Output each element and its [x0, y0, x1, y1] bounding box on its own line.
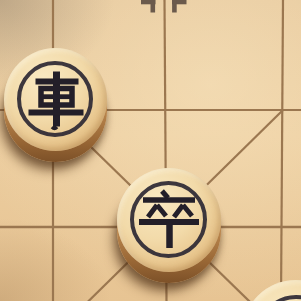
piece-face [242, 280, 301, 301]
unknown-corner-piece[interactable] [242, 280, 301, 301]
black-chariot-piece[interactable]: 車 [4, 48, 107, 163]
piece-face: 卒 [117, 168, 221, 272]
chariot-character-icon [4, 48, 107, 151]
black-soldier-piece[interactable]: 卒 [117, 168, 221, 283]
engraved-ring-icon [257, 295, 301, 301]
file-f-line [281, 0, 283, 301]
xiangqi-board-view[interactable]: 車 卒 [0, 0, 301, 301]
piece-face: 車 [4, 48, 107, 151]
soldier-character-icon [117, 168, 221, 272]
